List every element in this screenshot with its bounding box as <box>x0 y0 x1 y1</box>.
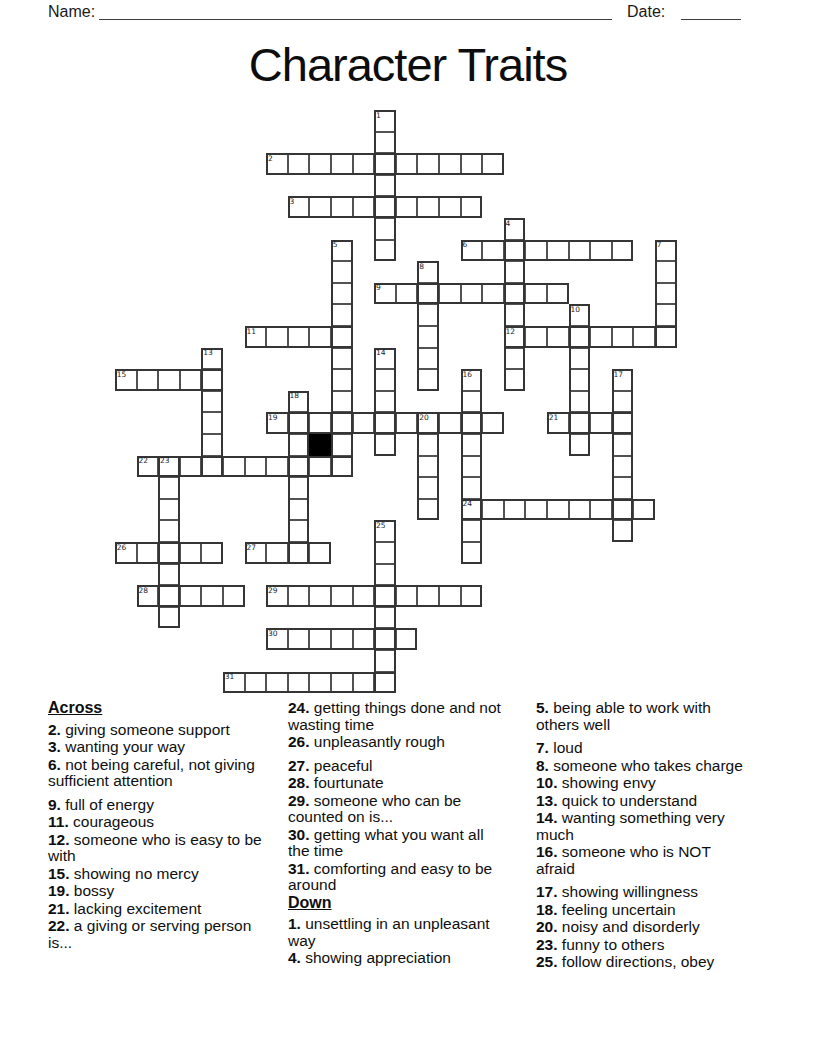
clue-item-11: 11. courageous <box>48 814 274 831</box>
grid-cell[interactable] <box>417 153 439 175</box>
grid-cell[interactable] <box>201 369 223 391</box>
grid-cell[interactable] <box>180 542 202 564</box>
grid-cell[interactable] <box>374 218 396 240</box>
grid-cell[interactable] <box>331 369 353 391</box>
grid-cell[interactable] <box>309 326 331 348</box>
grid-cell[interactable] <box>266 326 288 348</box>
grid-cell[interactable] <box>266 672 288 694</box>
grid-cell[interactable] <box>201 585 223 607</box>
grid-cell[interactable] <box>374 607 396 629</box>
grid-cell[interactable] <box>525 240 547 262</box>
clue-column-2: 24. getting things done and not wasting … <box>288 700 504 968</box>
grid-cell[interactable] <box>158 542 180 564</box>
grid-cell[interactable] <box>309 196 331 218</box>
grid-cell[interactable] <box>201 348 223 370</box>
clue-item-29: 29. someone who can be counted on is... <box>288 793 504 826</box>
grid-cell[interactable] <box>245 672 267 694</box>
grid-cell[interactable] <box>353 196 375 218</box>
clue-item-5: 5. being able to work with others well <box>536 700 748 733</box>
grid-cell[interactable] <box>353 628 375 650</box>
clue-item-26: 26. unpleasantly rough <box>288 734 504 751</box>
grid-cell[interactable] <box>201 434 223 456</box>
grid-cell[interactable] <box>417 261 439 283</box>
grid-cell[interactable] <box>612 326 634 348</box>
grid-cell[interactable] <box>374 542 396 564</box>
grid-cell[interactable] <box>309 412 331 434</box>
grid-cell[interactable] <box>288 326 310 348</box>
grid-cell[interactable] <box>266 628 288 650</box>
grid-cell[interactable] <box>461 391 483 413</box>
grid-cell[interactable] <box>547 412 569 434</box>
grid-cell[interactable] <box>331 283 353 305</box>
grid-cell[interactable] <box>266 412 288 434</box>
grid-cell[interactable] <box>353 672 375 694</box>
grid-cell[interactable] <box>374 585 396 607</box>
grid-cell[interactable] <box>612 240 634 262</box>
clue-item-15: 15. showing no mercy <box>48 866 274 883</box>
clue-item-9: 9. full of energy <box>48 797 274 814</box>
grid-cell[interactable] <box>569 412 591 434</box>
grid-cell[interactable] <box>309 153 331 175</box>
grid-cell[interactable] <box>288 391 310 413</box>
grid-cell[interactable] <box>158 456 180 478</box>
grid-cell[interactable] <box>525 499 547 521</box>
clue-item-25: 25. follow directions, obey <box>536 954 748 971</box>
name-fill-line <box>99 19 612 20</box>
grid-cell[interactable] <box>331 434 353 456</box>
grid-cell[interactable] <box>245 456 267 478</box>
grid-cell[interactable] <box>655 283 677 305</box>
grid-cell[interactable] <box>655 304 677 326</box>
grid-cell[interactable] <box>288 542 310 564</box>
grid-cell[interactable] <box>417 477 439 499</box>
grid-cell[interactable] <box>353 153 375 175</box>
grid-cell[interactable] <box>504 369 526 391</box>
grid-cell[interactable] <box>158 564 180 586</box>
grid-cell[interactable] <box>137 542 159 564</box>
grid-cell[interactable] <box>288 499 310 521</box>
clue-item-17: 17. showing willingness <box>536 884 748 901</box>
grid-cell[interactable] <box>417 499 439 521</box>
grid-cell[interactable] <box>547 499 569 521</box>
grid-cell[interactable] <box>504 326 526 348</box>
grid-cell[interactable] <box>396 412 418 434</box>
grid-cell[interactable] <box>396 283 418 305</box>
grid-cell[interactable] <box>461 240 483 262</box>
grid-cell[interactable] <box>374 369 396 391</box>
grid-cell[interactable] <box>374 520 396 542</box>
grid-cell[interactable] <box>245 542 267 564</box>
grid-cell[interactable] <box>331 672 353 694</box>
grid-cell[interactable] <box>569 240 591 262</box>
grid-cell[interactable] <box>482 412 504 434</box>
grid-cell[interactable] <box>309 456 331 478</box>
grid-cell[interactable] <box>374 628 396 650</box>
grid-cell[interactable] <box>461 542 483 564</box>
clue-item-31: 31. comforting and easy to be around <box>288 861 504 894</box>
grid-cell[interactable] <box>288 153 310 175</box>
grid-cell[interactable] <box>655 326 677 348</box>
grid-cell[interactable] <box>288 412 310 434</box>
grid-cell[interactable] <box>482 283 504 305</box>
grid-cell[interactable] <box>417 585 439 607</box>
grid-cell[interactable] <box>201 456 223 478</box>
grid-cell[interactable] <box>417 326 439 348</box>
clue-item-20: 20. noisy and disorderly <box>536 919 748 936</box>
grid-cell[interactable] <box>569 369 591 391</box>
grid-cell[interactable] <box>461 499 483 521</box>
clue-item-24: 24. getting things done and not wasting … <box>288 700 504 733</box>
grid-cell[interactable] <box>461 477 483 499</box>
grid-cell[interactable] <box>288 672 310 694</box>
grid-cell[interactable] <box>353 585 375 607</box>
grid-cell[interactable] <box>590 412 612 434</box>
grid-cell[interactable] <box>417 304 439 326</box>
grid-cell[interactable] <box>374 283 396 305</box>
grid-cell[interactable] <box>504 283 526 305</box>
clue-item-21: 21. lacking excitement <box>48 901 274 918</box>
grid-cell[interactable] <box>547 326 569 348</box>
grid-cell[interactable] <box>374 132 396 154</box>
clue-item-8: 8. someone who takes charge <box>536 758 748 775</box>
clue-item-27: 27. peaceful <box>288 758 504 775</box>
grid-cell[interactable] <box>223 585 245 607</box>
grid-cell[interactable] <box>331 628 353 650</box>
grid-cell[interactable] <box>288 434 310 456</box>
grid-cell[interactable] <box>158 607 180 629</box>
grid-cell[interactable] <box>288 628 310 650</box>
grid-cell[interactable] <box>461 520 483 542</box>
grid-cell[interactable] <box>482 240 504 262</box>
grid-cell[interactable] <box>331 348 353 370</box>
clue-item-13: 13. quick to understand <box>536 793 748 810</box>
grid-cell[interactable] <box>331 585 353 607</box>
grid-cell[interactable] <box>482 153 504 175</box>
grid-cell[interactable] <box>504 261 526 283</box>
grid-cell[interactable] <box>158 585 180 607</box>
date-label: Date: <box>627 3 665 21</box>
grid-cell[interactable] <box>439 585 461 607</box>
grid-cell[interactable] <box>288 196 310 218</box>
grid-cell[interactable] <box>417 369 439 391</box>
grid-cell[interactable] <box>417 348 439 370</box>
clue-item-10: 10. showing envy <box>536 775 748 792</box>
grid-cell[interactable] <box>180 456 202 478</box>
clue-item-7: 7. loud <box>536 740 748 757</box>
grid-cell[interactable] <box>655 240 677 262</box>
grid-cell[interactable] <box>569 499 591 521</box>
grid-cell[interactable] <box>115 369 137 391</box>
grid-cell[interactable] <box>137 369 159 391</box>
clue-item-23: 23. funny to others <box>536 937 748 954</box>
grid-cell[interactable] <box>201 391 223 413</box>
grid-cell[interactable] <box>353 412 375 434</box>
grid-cell[interactable] <box>461 196 483 218</box>
crossword-grid: 1234567891011121314151617181920212223242… <box>115 110 677 693</box>
grid-cell[interactable] <box>612 477 634 499</box>
grid-cell[interactable] <box>288 456 310 478</box>
grid-cell[interactable] <box>396 628 418 650</box>
grid-cell[interactable] <box>612 369 634 391</box>
grid-cell[interactable] <box>396 153 418 175</box>
grid-cell[interactable] <box>461 456 483 478</box>
grid-cell[interactable] <box>374 175 396 197</box>
grid-cell[interactable] <box>288 477 310 499</box>
grid-cell[interactable] <box>417 412 439 434</box>
grid-cell[interactable] <box>655 261 677 283</box>
puzzle-title: Character Traits <box>0 40 816 90</box>
grid-cell[interactable] <box>137 456 159 478</box>
grid-cell[interactable] <box>439 196 461 218</box>
grid-cell[interactable] <box>309 672 331 694</box>
clue-item-18: 18. feeling uncertain <box>536 902 748 919</box>
grid-cell[interactable] <box>504 499 526 521</box>
clue-item-4: 4. showing appreciation <box>288 950 504 967</box>
grid-cell[interactable] <box>417 196 439 218</box>
grid-cell[interactable] <box>461 585 483 607</box>
clue-item-3: 3. wanting your way <box>48 739 274 756</box>
grid-cell[interactable] <box>331 456 353 478</box>
grid-cell[interactable] <box>504 218 526 240</box>
grid-cell[interactable] <box>374 153 396 175</box>
grid-cell[interactable] <box>374 434 396 456</box>
grid-cell[interactable] <box>612 499 634 521</box>
grid-cell[interactable] <box>374 564 396 586</box>
grid-cell[interactable] <box>590 326 612 348</box>
grid-cell[interactable] <box>331 261 353 283</box>
grid-cell[interactable] <box>331 240 353 262</box>
grid-cell[interactable] <box>504 304 526 326</box>
grid-cell[interactable] <box>612 456 634 478</box>
grid-cell[interactable] <box>374 412 396 434</box>
grid-cell[interactable] <box>374 672 396 694</box>
name-label: Name: <box>48 3 95 21</box>
clue-item-22: 22. a giving or serving person is... <box>48 918 274 951</box>
grid-cell[interactable] <box>525 326 547 348</box>
clue-item-6: 6. not being careful, not giving suffici… <box>48 757 274 790</box>
grid-cell[interactable] <box>547 283 569 305</box>
grid-cell[interactable] <box>461 369 483 391</box>
grid-cell[interactable] <box>331 391 353 413</box>
grid-cell[interactable] <box>612 391 634 413</box>
grid-cell[interactable] <box>331 412 353 434</box>
grid-cell[interactable] <box>158 477 180 499</box>
grid-cell[interactable] <box>569 304 591 326</box>
grid-cell[interactable] <box>201 412 223 434</box>
grid-cell[interactable] <box>374 348 396 370</box>
grid-cell[interactable] <box>180 585 202 607</box>
grid-cell[interactable] <box>525 283 547 305</box>
grid-cell[interactable] <box>461 412 483 434</box>
clue-item-1: 1. unsettling in an unpleasant way <box>288 916 504 949</box>
grid-cell[interactable] <box>482 499 504 521</box>
grid-cell[interactable] <box>396 585 418 607</box>
grid-cell[interactable] <box>590 499 612 521</box>
grid-cell[interactable] <box>201 542 223 564</box>
grid-cell[interactable] <box>417 434 439 456</box>
grid-cell[interactable] <box>612 520 634 542</box>
grid-cell[interactable] <box>266 585 288 607</box>
clue-item-14: 14. wanting something very much <box>536 810 748 843</box>
grid-cell[interactable] <box>115 542 137 564</box>
grid-cell[interactable] <box>223 456 245 478</box>
grid-cell[interactable] <box>461 434 483 456</box>
grid-cell[interactable] <box>439 153 461 175</box>
grid-cell[interactable] <box>633 326 655 348</box>
grid-cell[interactable] <box>569 434 591 456</box>
grid-cell[interactable] <box>223 672 245 694</box>
grid-cell[interactable] <box>158 520 180 542</box>
clues-down-header: Down <box>288 895 504 912</box>
grid-cell[interactable] <box>439 412 461 434</box>
grid-cell[interactable] <box>374 240 396 262</box>
clue-column-1: Across2. giving someone support3. wantin… <box>48 700 274 952</box>
grid-cell[interactable] <box>461 283 483 305</box>
grid-cell[interactable] <box>396 196 418 218</box>
clue-item-2: 2. giving someone support <box>48 722 274 739</box>
grid-cell[interactable] <box>612 434 634 456</box>
grid-cell[interactable] <box>374 110 396 132</box>
grid-cell[interactable] <box>547 240 569 262</box>
grid-cell[interactable] <box>569 326 591 348</box>
date-fill-line <box>681 19 741 20</box>
grid-cell[interactable] <box>180 369 202 391</box>
grid-cell[interactable] <box>612 412 634 434</box>
grid-cell[interactable] <box>374 196 396 218</box>
grid-cell[interactable] <box>309 542 331 564</box>
grid-cell[interactable] <box>374 391 396 413</box>
grid-cell[interactable] <box>266 542 288 564</box>
grid-cell[interactable] <box>331 196 353 218</box>
grid-cell[interactable] <box>331 304 353 326</box>
black-cell <box>309 434 331 456</box>
grid-cell[interactable] <box>569 348 591 370</box>
clue-item-16: 16. someone who is NOT afraid <box>536 844 748 877</box>
grid-cell[interactable] <box>288 520 310 542</box>
grid-cell[interactable] <box>158 499 180 521</box>
grid-cell[interactable] <box>266 153 288 175</box>
grid-cell[interactable] <box>439 283 461 305</box>
grid-cell[interactable] <box>266 456 288 478</box>
grid-cell[interactable] <box>633 499 655 521</box>
grid-cell[interactable] <box>137 585 159 607</box>
grid-cell[interactable] <box>504 348 526 370</box>
grid-cell[interactable] <box>309 628 331 650</box>
grid-cell[interactable] <box>158 369 180 391</box>
grid-cell[interactable] <box>417 456 439 478</box>
grid-cell[interactable] <box>331 326 353 348</box>
clue-column-3: 5. being able to work with others well7.… <box>536 700 748 972</box>
clue-item-19: 19. bossy <box>48 883 274 900</box>
grid-cell[interactable] <box>288 585 310 607</box>
clue-item-12: 12. someone who is easy to be with <box>48 832 274 865</box>
clue-item-30: 30. getting what you want all the time <box>288 827 504 860</box>
grid-cell[interactable] <box>504 240 526 262</box>
grid-cell[interactable] <box>417 283 439 305</box>
grid-cell[interactable] <box>245 326 267 348</box>
grid-cell[interactable] <box>569 391 591 413</box>
clues-across-header: Across <box>48 700 274 717</box>
grid-cell[interactable] <box>309 585 331 607</box>
grid-cell[interactable] <box>461 153 483 175</box>
grid-cell[interactable] <box>374 650 396 672</box>
clue-item-28: 28. fourtunate <box>288 775 504 792</box>
grid-cell[interactable] <box>331 153 353 175</box>
grid-cell[interactable] <box>590 240 612 262</box>
